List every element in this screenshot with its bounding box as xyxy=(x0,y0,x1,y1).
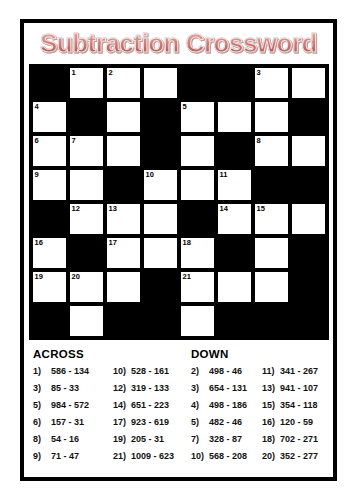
cell-number-17: 17 xyxy=(109,238,117,247)
down-clue-column-2: 11)341 - 26713)941 - 10715)354 - 11816)1… xyxy=(262,366,333,468)
block-cell-r5c5 xyxy=(179,202,216,236)
clue-down-20: 20)352 - 277 xyxy=(262,451,333,468)
page-title: Subtraction Crossword xyxy=(24,27,333,60)
answer-cell-r1c3[interactable]: 2 xyxy=(105,66,142,100)
block-cell-r2c4 xyxy=(142,100,179,134)
clue-expression: 54 - 16 xyxy=(51,434,79,451)
clue-down-16: 16)120 - 59 xyxy=(262,417,333,434)
clue-number-label: 18) xyxy=(262,434,280,451)
cell-number-8: 8 xyxy=(257,136,261,145)
clue-across-8: 8)54 - 16 xyxy=(33,434,113,451)
block-cell-r2c2 xyxy=(68,100,105,134)
clue-down-3: 3)654 - 131 xyxy=(191,383,262,400)
cell-number-11: 11 xyxy=(220,170,228,179)
clue-down-4: 4)498 - 186 xyxy=(191,400,262,417)
cell-number-13: 13 xyxy=(109,204,117,213)
answer-cell-r7c3[interactable] xyxy=(105,270,142,304)
down-columns: 2)498 - 463)654 - 1314)498 - 1865)482 - … xyxy=(191,366,333,468)
block-cell-r4c7 xyxy=(253,168,290,202)
clue-expression: 498 - 186 xyxy=(209,400,247,417)
answer-cell-r3c8[interactable] xyxy=(290,134,327,168)
block-cell-r8c6 xyxy=(216,304,253,338)
clue-expression: 528 - 161 xyxy=(131,366,169,383)
block-cell-r2c8 xyxy=(290,100,327,134)
answer-cell-r4c6[interactable]: 11 xyxy=(216,168,253,202)
clue-expression: 328 - 87 xyxy=(209,434,242,451)
cell-number-18: 18 xyxy=(183,238,191,247)
block-cell-r5c1 xyxy=(31,202,68,236)
answer-cell-r7c7[interactable] xyxy=(253,270,290,304)
answer-cell-r5c2[interactable]: 12 xyxy=(68,202,105,236)
cell-number-1: 1 xyxy=(72,68,76,77)
answer-cell-r7c6[interactable] xyxy=(216,270,253,304)
clue-across-14: 14)651 - 223 xyxy=(113,400,191,417)
clue-down-11: 11)341 - 267 xyxy=(262,366,333,383)
block-cell-r6c8 xyxy=(290,236,327,270)
answer-cell-r6c3[interactable]: 17 xyxy=(105,236,142,270)
block-cell-r7c8 xyxy=(290,270,327,304)
clue-across-6: 6)157 - 31 xyxy=(33,417,113,434)
answer-cell-r6c4[interactable] xyxy=(142,236,179,270)
block-cell-r4c8 xyxy=(290,168,327,202)
answer-cell-r5c8[interactable] xyxy=(290,202,327,236)
cell-number-7: 7 xyxy=(72,136,76,145)
clue-number-label: 2) xyxy=(191,366,209,383)
clue-expression: 941 - 107 xyxy=(280,383,318,400)
cell-number-9: 9 xyxy=(35,170,39,179)
clue-number-label: 6) xyxy=(33,417,51,434)
block-cell-r3c4 xyxy=(142,134,179,168)
block-cell-r8c8 xyxy=(290,304,327,338)
clue-number-label: 13) xyxy=(262,383,280,400)
answer-cell-r1c8[interactable] xyxy=(290,66,327,100)
clue-across-9: 9)71 - 47 xyxy=(33,451,113,468)
clue-down-7: 7)328 - 87 xyxy=(191,434,262,451)
clue-expression: 702 - 271 xyxy=(280,434,318,451)
block-cell-r1c6 xyxy=(216,66,253,100)
clue-number-label: 20) xyxy=(262,451,280,468)
clue-expression: 120 - 59 xyxy=(280,417,313,434)
cell-number-12: 12 xyxy=(72,204,80,213)
cell-number-15: 15 xyxy=(257,204,265,213)
across-clue-column-2: 10)528 - 16112)319 - 13314)651 - 22317)9… xyxy=(113,366,191,468)
answer-cell-r6c7[interactable] xyxy=(253,236,290,270)
clue-number-label: 11) xyxy=(262,366,280,383)
clue-expression: 205 - 31 xyxy=(131,434,164,451)
clue-number-label: 3) xyxy=(33,383,51,400)
clue-expression: 71 - 47 xyxy=(51,451,79,468)
clue-number-label: 16) xyxy=(262,417,280,434)
answer-cell-r1c7[interactable]: 3 xyxy=(253,66,290,100)
clue-expression: 319 - 133 xyxy=(131,383,169,400)
answer-cell-r8c5[interactable] xyxy=(179,304,216,338)
answer-cell-r3c2[interactable]: 7 xyxy=(68,134,105,168)
worksheet-page: Subtraction Crossword 123456789101112131… xyxy=(20,19,337,481)
cell-number-6: 6 xyxy=(35,136,39,145)
clue-across-17: 17)923 - 619 xyxy=(113,417,191,434)
clue-expression: 651 - 223 xyxy=(131,400,169,417)
clue-expression: 1009 - 623 xyxy=(131,451,174,468)
clue-number-label: 15) xyxy=(262,400,280,417)
answer-cell-r5c3[interactable]: 13 xyxy=(105,202,142,236)
across-clue-column-1: 1)586 - 1343)85 - 335)984 - 5726)157 - 3… xyxy=(33,366,113,468)
clue-expression: 498 - 46 xyxy=(209,366,242,383)
clue-expression: 586 - 134 xyxy=(51,366,89,383)
down-clues-block: DOWN 2)498 - 463)654 - 1314)498 - 1865)4… xyxy=(191,348,333,468)
clue-number-label: 12) xyxy=(113,383,131,400)
across-header: ACROSS xyxy=(33,348,191,360)
across-columns: 1)586 - 1343)85 - 335)984 - 5726)157 - 3… xyxy=(33,366,191,468)
cell-number-2: 2 xyxy=(109,68,113,77)
answer-cell-r3c5[interactable] xyxy=(179,134,216,168)
cell-number-4: 4 xyxy=(35,102,39,111)
answer-cell-r2c6[interactable] xyxy=(216,100,253,134)
answer-cell-r2c7[interactable] xyxy=(253,100,290,134)
answer-cell-r7c2[interactable]: 20 xyxy=(68,270,105,304)
cell-number-16: 16 xyxy=(35,238,43,247)
cell-number-21: 21 xyxy=(183,272,191,281)
clue-number-label: 19) xyxy=(113,434,131,451)
answer-cell-r3c7[interactable]: 8 xyxy=(253,134,290,168)
clue-across-10: 10)528 - 161 xyxy=(113,366,191,383)
block-cell-r1c1 xyxy=(31,66,68,100)
cell-number-20: 20 xyxy=(72,272,80,281)
answer-cell-r2c5[interactable]: 5 xyxy=(179,100,216,134)
clue-section: ACROSS 1)586 - 1343)85 - 335)984 - 5726)… xyxy=(24,348,333,468)
answer-cell-r4c1[interactable]: 9 xyxy=(31,168,68,202)
answer-cell-r3c1[interactable]: 6 xyxy=(31,134,68,168)
answer-cell-r6c5[interactable]: 18 xyxy=(179,236,216,270)
clue-expression: 654 - 131 xyxy=(209,383,247,400)
cell-number-3: 3 xyxy=(257,68,261,77)
cell-number-19: 19 xyxy=(35,272,43,281)
block-cell-r8c3 xyxy=(105,304,142,338)
block-cell-r4c3 xyxy=(105,168,142,202)
answer-cell-r8c2[interactable] xyxy=(68,304,105,338)
block-cell-r8c7 xyxy=(253,304,290,338)
clue-expression: 352 - 277 xyxy=(280,451,318,468)
down-header: DOWN xyxy=(191,348,333,360)
clue-across-3: 3)85 - 33 xyxy=(33,383,113,400)
block-cell-r6c6 xyxy=(216,236,253,270)
clue-expression: 923 - 619 xyxy=(131,417,169,434)
clue-down-2: 2)498 - 46 xyxy=(191,366,262,383)
clue-expression: 157 - 31 xyxy=(51,417,84,434)
answer-cell-r5c7[interactable]: 15 xyxy=(253,202,290,236)
clue-number-label: 1) xyxy=(33,366,51,383)
answer-cell-r4c2[interactable] xyxy=(68,168,105,202)
answer-cell-r7c1[interactable]: 19 xyxy=(31,270,68,304)
cell-number-14: 14 xyxy=(220,204,228,213)
answer-cell-r6c1[interactable]: 16 xyxy=(31,236,68,270)
answer-cell-r2c1[interactable]: 4 xyxy=(31,100,68,134)
clue-number-label: 4) xyxy=(191,400,209,417)
clue-expression: 568 - 208 xyxy=(209,451,247,468)
clue-number-label: 9) xyxy=(33,451,51,468)
clue-across-21: 21)1009 - 623 xyxy=(113,451,191,468)
clue-expression: 482 - 46 xyxy=(209,417,242,434)
block-cell-r6c2 xyxy=(68,236,105,270)
answer-cell-r4c4[interactable]: 10 xyxy=(142,168,179,202)
clue-number-label: 8) xyxy=(33,434,51,451)
clue-number-label: 17) xyxy=(113,417,131,434)
answer-cell-r4c5[interactable] xyxy=(179,168,216,202)
clue-across-12: 12)319 - 133 xyxy=(113,383,191,400)
clue-number-label: 5) xyxy=(33,400,51,417)
down-clue-column-1: 2)498 - 463)654 - 1314)498 - 1865)482 - … xyxy=(191,366,262,468)
block-cell-r7c4 xyxy=(142,270,179,304)
clue-number-label: 10) xyxy=(113,366,131,383)
block-cell-r8c4 xyxy=(142,304,179,338)
answer-cell-r2c3[interactable] xyxy=(105,100,142,134)
clue-number-label: 21) xyxy=(113,451,131,468)
clue-expression: 85 - 33 xyxy=(51,383,79,400)
clue-across-1: 1)586 - 134 xyxy=(33,366,113,383)
answer-cell-r5c6[interactable]: 14 xyxy=(216,202,253,236)
clue-across-5: 5)984 - 572 xyxy=(33,400,113,417)
block-cell-r1c5 xyxy=(179,66,216,100)
answer-cell-r1c2[interactable]: 1 xyxy=(68,66,105,100)
cell-number-10: 10 xyxy=(146,170,154,179)
across-clues-block: ACROSS 1)586 - 1343)85 - 335)984 - 5726)… xyxy=(33,348,191,468)
block-cell-r8c1 xyxy=(31,304,68,338)
clue-number-label: 10) xyxy=(191,451,209,468)
clue-number-label: 5) xyxy=(191,417,209,434)
clue-down-10: 10)568 - 208 xyxy=(191,451,262,468)
block-cell-r3c6 xyxy=(216,134,253,168)
clue-down-5: 5)482 - 46 xyxy=(191,417,262,434)
clue-expression: 354 - 118 xyxy=(280,400,318,417)
clue-number-label: 3) xyxy=(191,383,209,400)
clue-number-label: 14) xyxy=(113,400,131,417)
clue-down-18: 18)702 - 271 xyxy=(262,434,333,451)
clue-number-label: 7) xyxy=(191,434,209,451)
answer-cell-r7c5[interactable]: 21 xyxy=(179,270,216,304)
answer-cell-r5c4[interactable] xyxy=(142,202,179,236)
clue-down-13: 13)941 - 107 xyxy=(262,383,333,400)
cell-number-5: 5 xyxy=(183,102,187,111)
crossword-grid: 123456789101112131415161718192021 xyxy=(29,64,329,340)
answer-cell-r1c4[interactable] xyxy=(142,66,179,100)
clue-down-15: 15)354 - 118 xyxy=(262,400,333,417)
clue-across-19: 19)205 - 31 xyxy=(113,434,191,451)
clue-expression: 984 - 572 xyxy=(51,400,89,417)
answer-cell-r3c3[interactable] xyxy=(105,134,142,168)
clue-expression: 341 - 267 xyxy=(280,366,318,383)
